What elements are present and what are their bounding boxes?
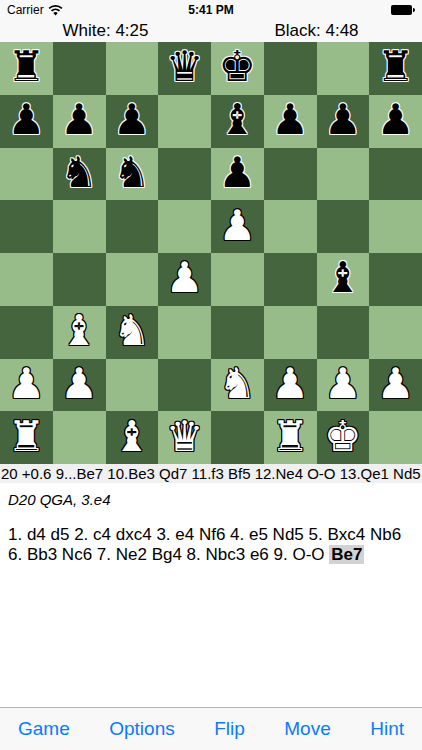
white-queen: ♛ bbox=[166, 416, 204, 458]
square-d7[interactable] bbox=[158, 95, 211, 148]
square-b7[interactable]: ♟ bbox=[53, 95, 106, 148]
white-bishop: ♝ bbox=[60, 310, 98, 352]
square-f8[interactable] bbox=[264, 42, 317, 95]
square-e8[interactable]: ♚ bbox=[211, 42, 264, 95]
black-pawn: ♟ bbox=[377, 99, 415, 141]
game-button[interactable]: Game bbox=[18, 718, 70, 740]
square-a2[interactable]: ♟ bbox=[0, 359, 53, 412]
white-rook: ♜ bbox=[271, 416, 309, 458]
white-rook: ♜ bbox=[8, 416, 46, 458]
square-c4[interactable] bbox=[106, 253, 159, 306]
black-knight: ♞ bbox=[60, 152, 98, 194]
square-b3[interactable]: ♝ bbox=[53, 306, 106, 359]
square-c2[interactable] bbox=[106, 359, 159, 412]
clock-bar: White: 4:25 Black: 4:48 bbox=[0, 20, 422, 42]
black-pawn: ♟ bbox=[113, 99, 151, 141]
square-h5[interactable] bbox=[369, 200, 422, 253]
square-d5[interactable] bbox=[158, 200, 211, 253]
square-h2[interactable]: ♟ bbox=[369, 359, 422, 412]
square-e4[interactable] bbox=[211, 253, 264, 306]
square-g8[interactable] bbox=[317, 42, 370, 95]
white-pawn: ♟ bbox=[271, 363, 309, 405]
empty-area bbox=[0, 565, 422, 707]
square-b2[interactable]: ♟ bbox=[53, 359, 106, 412]
white-king: ♚ bbox=[324, 416, 362, 458]
current-move[interactable]: Be7 bbox=[329, 545, 364, 564]
flip-button[interactable]: Flip bbox=[214, 718, 245, 740]
white-pawn: ♟ bbox=[219, 205, 257, 247]
black-pawn: ♟ bbox=[324, 99, 362, 141]
square-g1[interactable]: ♚ bbox=[317, 411, 370, 464]
square-a6[interactable] bbox=[0, 148, 53, 201]
square-e5[interactable]: ♟ bbox=[211, 200, 264, 253]
square-c8[interactable] bbox=[106, 42, 159, 95]
square-f3[interactable] bbox=[264, 306, 317, 359]
square-a7[interactable]: ♟ bbox=[0, 95, 53, 148]
opening-name: D20 QGA, 3.e4 bbox=[8, 491, 414, 508]
square-g5[interactable] bbox=[317, 200, 370, 253]
square-c7[interactable]: ♟ bbox=[106, 95, 159, 148]
black-rook: ♜ bbox=[377, 46, 415, 88]
square-b1[interactable] bbox=[53, 411, 106, 464]
square-b8[interactable] bbox=[53, 42, 106, 95]
engine-line[interactable]: 20 +0.6 9...Be7 10.Be3 Qd7 11.f3 Bf5 12.… bbox=[0, 464, 422, 483]
square-d1[interactable]: ♛ bbox=[158, 411, 211, 464]
status-bar: Carrier 5:41 PM bbox=[0, 0, 422, 20]
square-a8[interactable]: ♜ bbox=[0, 42, 53, 95]
white-pawn: ♟ bbox=[8, 363, 46, 405]
move-list[interactable]: 1. d4 d5 2. c4 dxc4 3. e4 Nf6 4. e5 Nd5 … bbox=[8, 525, 414, 565]
options-button[interactable]: Options bbox=[109, 718, 174, 740]
square-d6[interactable] bbox=[158, 148, 211, 201]
square-h6[interactable] bbox=[369, 148, 422, 201]
wifi-icon bbox=[48, 5, 63, 16]
black-pawn: ♟ bbox=[8, 99, 46, 141]
battery-icon bbox=[391, 5, 415, 15]
white-pawn: ♟ bbox=[60, 363, 98, 405]
square-f2[interactable]: ♟ bbox=[264, 359, 317, 412]
black-pawn: ♟ bbox=[60, 99, 98, 141]
square-f4[interactable] bbox=[264, 253, 317, 306]
square-g7[interactable]: ♟ bbox=[317, 95, 370, 148]
white-knight: ♞ bbox=[113, 310, 151, 352]
square-e6[interactable]: ♟ bbox=[211, 148, 264, 201]
bottom-toolbar: Game Options Flip Move Hint bbox=[0, 707, 422, 750]
square-c3[interactable]: ♞ bbox=[106, 306, 159, 359]
white-pawn: ♟ bbox=[324, 363, 362, 405]
square-e3[interactable] bbox=[211, 306, 264, 359]
black-queen: ♛ bbox=[166, 46, 204, 88]
square-b6[interactable]: ♞ bbox=[53, 148, 106, 201]
black-clock: Black: 4:48 bbox=[211, 20, 422, 42]
carrier-label: Carrier bbox=[7, 3, 44, 17]
square-g6[interactable] bbox=[317, 148, 370, 201]
square-h8[interactable]: ♜ bbox=[369, 42, 422, 95]
white-pawn: ♟ bbox=[166, 257, 204, 299]
square-a4[interactable] bbox=[0, 253, 53, 306]
black-king: ♚ bbox=[219, 46, 257, 88]
square-f6[interactable] bbox=[264, 148, 317, 201]
square-g3[interactable] bbox=[317, 306, 370, 359]
black-pawn: ♟ bbox=[219, 152, 257, 194]
move-button[interactable]: Move bbox=[284, 718, 330, 740]
square-e1[interactable] bbox=[211, 411, 264, 464]
white-knight: ♞ bbox=[219, 363, 257, 405]
square-d8[interactable]: ♛ bbox=[158, 42, 211, 95]
white-pawn: ♟ bbox=[377, 363, 415, 405]
hint-button[interactable]: Hint bbox=[370, 718, 404, 740]
white-bishop: ♝ bbox=[113, 416, 151, 458]
square-f5[interactable] bbox=[264, 200, 317, 253]
square-c1[interactable]: ♝ bbox=[106, 411, 159, 464]
square-b4[interactable] bbox=[53, 253, 106, 306]
square-a3[interactable] bbox=[0, 306, 53, 359]
square-b5[interactable] bbox=[53, 200, 106, 253]
square-g4[interactable]: ♝ bbox=[317, 253, 370, 306]
square-f1[interactable]: ♜ bbox=[264, 411, 317, 464]
square-g2[interactable]: ♟ bbox=[317, 359, 370, 412]
black-knight: ♞ bbox=[113, 152, 151, 194]
square-h1[interactable] bbox=[369, 411, 422, 464]
square-d2[interactable] bbox=[158, 359, 211, 412]
square-h7[interactable]: ♟ bbox=[369, 95, 422, 148]
square-c6[interactable]: ♞ bbox=[106, 148, 159, 201]
square-e2[interactable]: ♞ bbox=[211, 359, 264, 412]
square-c5[interactable] bbox=[106, 200, 159, 253]
black-bishop: ♝ bbox=[324, 257, 362, 299]
square-d4[interactable]: ♟ bbox=[158, 253, 211, 306]
black-bishop: ♝ bbox=[219, 99, 257, 141]
white-clock: White: 4:25 bbox=[0, 20, 211, 42]
square-e7[interactable]: ♝ bbox=[211, 95, 264, 148]
square-h3[interactable] bbox=[369, 306, 422, 359]
chess-board[interactable]: ♜♛♚♜♟♟♟♝♟♟♟♞♞♟♟♟♝♝♞♟♟♞♟♟♟♜♝♛♜♚ bbox=[0, 42, 422, 464]
square-h4[interactable] bbox=[369, 253, 422, 306]
square-a5[interactable] bbox=[0, 200, 53, 253]
black-rook: ♜ bbox=[8, 46, 46, 88]
time-label: 5:41 PM bbox=[0, 3, 422, 17]
black-pawn: ♟ bbox=[271, 99, 309, 141]
square-a1[interactable]: ♜ bbox=[0, 411, 53, 464]
square-f7[interactable]: ♟ bbox=[264, 95, 317, 148]
square-d3[interactable] bbox=[158, 306, 211, 359]
